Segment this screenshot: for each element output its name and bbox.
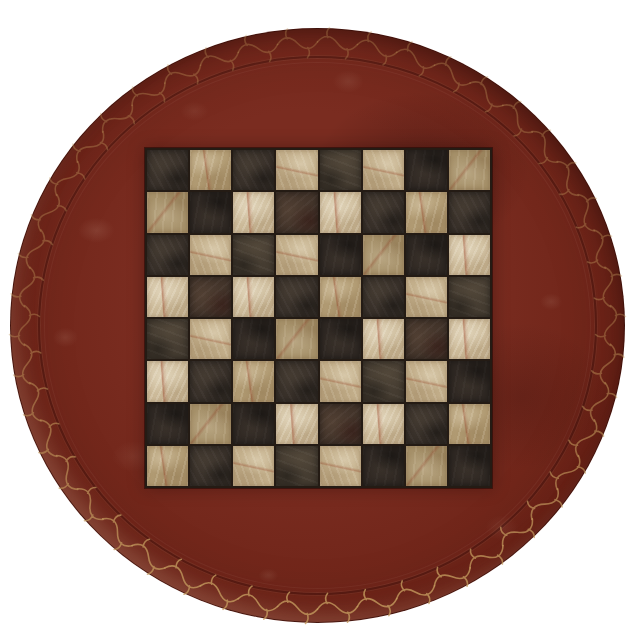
board-square — [147, 361, 188, 401]
board-square — [363, 361, 404, 401]
board-square — [147, 192, 188, 232]
board-square — [190, 361, 231, 401]
board-square — [276, 150, 317, 190]
board-square — [147, 235, 188, 275]
board-square — [320, 361, 361, 401]
board-square — [233, 404, 274, 444]
board-square — [449, 404, 490, 444]
board-square — [276, 361, 317, 401]
board-square — [320, 150, 361, 190]
board-square — [276, 404, 317, 444]
board-square — [276, 235, 317, 275]
board-square — [233, 319, 274, 359]
board-square — [190, 235, 231, 275]
board-square — [363, 277, 404, 317]
board-square — [363, 319, 404, 359]
board-square — [190, 192, 231, 232]
board-square — [363, 192, 404, 232]
board-square — [449, 235, 490, 275]
board-square — [406, 404, 447, 444]
board-square — [320, 235, 361, 275]
board-square — [276, 319, 317, 359]
board-square — [320, 319, 361, 359]
board-square — [320, 192, 361, 232]
board-square — [320, 404, 361, 444]
board-square — [363, 235, 404, 275]
board-square — [147, 446, 188, 486]
board-square — [147, 277, 188, 317]
board-square — [233, 235, 274, 275]
board-square — [406, 446, 447, 486]
board-square — [233, 446, 274, 486]
board-square — [147, 150, 188, 190]
board-square — [276, 277, 317, 317]
board-square — [190, 150, 231, 190]
board-square — [363, 446, 404, 486]
board-square — [233, 150, 274, 190]
board-square — [449, 446, 490, 486]
board-square — [320, 446, 361, 486]
board-square — [147, 319, 188, 359]
board-square — [190, 404, 231, 444]
board-square — [276, 446, 317, 486]
board-square — [190, 277, 231, 317]
board-square — [449, 277, 490, 317]
photo-canvas — [0, 0, 635, 635]
board-square — [449, 319, 490, 359]
board-square — [406, 361, 447, 401]
board-square — [233, 192, 274, 232]
board-square — [320, 277, 361, 317]
board-square — [406, 319, 447, 359]
board-square — [233, 277, 274, 317]
board-square — [406, 150, 447, 190]
board-square — [406, 277, 447, 317]
board-square — [190, 319, 231, 359]
board-square — [406, 192, 447, 232]
chessboard — [145, 148, 492, 488]
board-square — [449, 150, 490, 190]
board-square — [363, 150, 404, 190]
board-square — [406, 235, 447, 275]
board-square — [147, 404, 188, 444]
board-square — [276, 192, 317, 232]
board-square — [449, 192, 490, 232]
board-square — [190, 446, 231, 486]
board-square — [233, 361, 274, 401]
board-square — [363, 404, 404, 444]
board-square — [449, 361, 490, 401]
